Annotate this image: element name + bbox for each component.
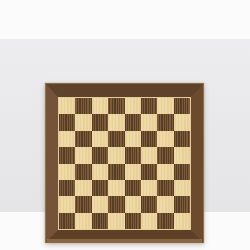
square-g4 <box>157 164 173 180</box>
chess-board <box>45 83 204 243</box>
square-d7 <box>108 114 124 130</box>
square-a5 <box>59 147 75 163</box>
square-g7 <box>157 114 173 130</box>
square-h4 <box>174 164 190 180</box>
square-f3 <box>141 180 157 196</box>
board-grid <box>59 98 190 229</box>
square-a2 <box>59 196 75 212</box>
square-b8 <box>75 98 91 114</box>
square-g1 <box>157 213 173 229</box>
square-h8 <box>174 98 190 114</box>
square-c8 <box>92 98 108 114</box>
photo-background <box>0 39 250 212</box>
square-a1 <box>59 213 75 229</box>
square-h3 <box>174 180 190 196</box>
square-b2 <box>75 196 91 212</box>
square-f7 <box>141 114 157 130</box>
square-f5 <box>141 147 157 163</box>
square-b6 <box>75 131 91 147</box>
square-c2 <box>92 196 108 212</box>
square-e4 <box>125 164 141 180</box>
square-c4 <box>92 164 108 180</box>
square-e5 <box>125 147 141 163</box>
square-a6 <box>59 131 75 147</box>
square-d8 <box>108 98 124 114</box>
square-h6 <box>174 131 190 147</box>
square-f4 <box>141 164 157 180</box>
square-a8 <box>59 98 75 114</box>
square-b3 <box>75 180 91 196</box>
square-b4 <box>75 164 91 180</box>
square-g2 <box>157 196 173 212</box>
square-b5 <box>75 147 91 163</box>
square-a7 <box>59 114 75 130</box>
square-d4 <box>108 164 124 180</box>
square-h5 <box>174 147 190 163</box>
square-e1 <box>125 213 141 229</box>
square-d5 <box>108 147 124 163</box>
square-e7 <box>125 114 141 130</box>
square-f8 <box>141 98 157 114</box>
square-g3 <box>157 180 173 196</box>
square-f6 <box>141 131 157 147</box>
square-e3 <box>125 180 141 196</box>
square-b1 <box>75 213 91 229</box>
square-d3 <box>108 180 124 196</box>
square-e8 <box>125 98 141 114</box>
square-h1 <box>174 213 190 229</box>
square-b7 <box>75 114 91 130</box>
square-e6 <box>125 131 141 147</box>
square-h2 <box>174 196 190 212</box>
square-a3 <box>59 180 75 196</box>
square-c5 <box>92 147 108 163</box>
square-d6 <box>108 131 124 147</box>
square-c7 <box>92 114 108 130</box>
square-f1 <box>141 213 157 229</box>
square-g5 <box>157 147 173 163</box>
square-g8 <box>157 98 173 114</box>
square-c3 <box>92 180 108 196</box>
square-e2 <box>125 196 141 212</box>
square-h7 <box>174 114 190 130</box>
square-d1 <box>108 213 124 229</box>
square-f2 <box>141 196 157 212</box>
board-trim-line <box>58 97 191 230</box>
square-a4 <box>59 164 75 180</box>
square-c6 <box>92 131 108 147</box>
square-g6 <box>157 131 173 147</box>
square-d2 <box>108 196 124 212</box>
square-c1 <box>92 213 108 229</box>
